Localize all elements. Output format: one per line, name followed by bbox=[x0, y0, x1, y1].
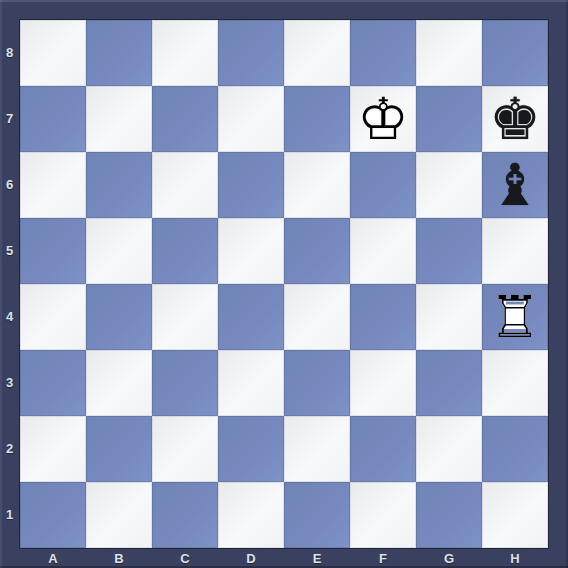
square-g7[interactable] bbox=[416, 86, 482, 152]
king-glyph: ♚ bbox=[482, 86, 548, 152]
square-b7[interactable] bbox=[86, 86, 152, 152]
square-f8[interactable] bbox=[350, 20, 416, 86]
square-g2[interactable] bbox=[416, 416, 482, 482]
square-f3[interactable] bbox=[350, 350, 416, 416]
square-c7[interactable] bbox=[152, 86, 218, 152]
square-g4[interactable] bbox=[416, 284, 482, 350]
square-d8[interactable] bbox=[218, 20, 284, 86]
square-h8[interactable] bbox=[482, 20, 548, 86]
square-h6[interactable]: ♝ bbox=[482, 152, 548, 218]
rank-label-5: 5 bbox=[0, 218, 19, 284]
square-d6[interactable] bbox=[218, 152, 284, 218]
square-e8[interactable] bbox=[284, 20, 350, 86]
file-label-h: H bbox=[482, 550, 548, 568]
rank-label-2: 2 bbox=[0, 416, 19, 482]
square-c4[interactable] bbox=[152, 284, 218, 350]
square-b1[interactable] bbox=[86, 482, 152, 548]
rank-label-8: 8 bbox=[0, 20, 19, 86]
rank-label-1: 1 bbox=[0, 482, 19, 548]
square-e2[interactable] bbox=[284, 416, 350, 482]
square-b2[interactable] bbox=[86, 416, 152, 482]
board: ♚♔♚♝♜♖ bbox=[19, 19, 549, 549]
file-label-d: D bbox=[218, 550, 284, 568]
square-b3[interactable] bbox=[86, 350, 152, 416]
square-e7[interactable] bbox=[284, 86, 350, 152]
rank-label-7: 7 bbox=[0, 86, 19, 152]
black-bishop[interactable]: ♝ bbox=[482, 152, 548, 218]
rank-label-6: 6 bbox=[0, 152, 19, 218]
square-e5[interactable] bbox=[284, 218, 350, 284]
square-c8[interactable] bbox=[152, 20, 218, 86]
square-b4[interactable] bbox=[86, 284, 152, 350]
square-a5[interactable] bbox=[20, 218, 86, 284]
square-f1[interactable] bbox=[350, 482, 416, 548]
square-g6[interactable] bbox=[416, 152, 482, 218]
square-c5[interactable] bbox=[152, 218, 218, 284]
square-b6[interactable] bbox=[86, 152, 152, 218]
white-king[interactable]: ♚♔ bbox=[350, 86, 416, 152]
square-f4[interactable] bbox=[350, 284, 416, 350]
square-e3[interactable] bbox=[284, 350, 350, 416]
file-label-e: E bbox=[284, 550, 350, 568]
file-label-b: B bbox=[86, 550, 152, 568]
square-h4[interactable]: ♜♖ bbox=[482, 284, 548, 350]
square-g5[interactable] bbox=[416, 218, 482, 284]
square-d1[interactable] bbox=[218, 482, 284, 548]
square-a1[interactable] bbox=[20, 482, 86, 548]
square-f2[interactable] bbox=[350, 416, 416, 482]
rook-glyph-outline: ♖ bbox=[482, 284, 548, 350]
square-f6[interactable] bbox=[350, 152, 416, 218]
file-label-g: G bbox=[416, 550, 482, 568]
chessboard-frame: ♚♔♚♝♜♖ 87654321 ABCDEFGH bbox=[0, 0, 568, 568]
square-a8[interactable] bbox=[20, 20, 86, 86]
square-h2[interactable] bbox=[482, 416, 548, 482]
square-h3[interactable] bbox=[482, 350, 548, 416]
square-e1[interactable] bbox=[284, 482, 350, 548]
square-h7[interactable]: ♚ bbox=[482, 86, 548, 152]
square-a2[interactable] bbox=[20, 416, 86, 482]
square-e4[interactable] bbox=[284, 284, 350, 350]
square-e6[interactable] bbox=[284, 152, 350, 218]
square-c1[interactable] bbox=[152, 482, 218, 548]
square-b8[interactable] bbox=[86, 20, 152, 86]
square-a4[interactable] bbox=[20, 284, 86, 350]
white-rook[interactable]: ♜♖ bbox=[482, 284, 548, 350]
square-a3[interactable] bbox=[20, 350, 86, 416]
black-king[interactable]: ♚ bbox=[482, 86, 548, 152]
square-d7[interactable] bbox=[218, 86, 284, 152]
bishop-glyph: ♝ bbox=[482, 152, 548, 218]
file-label-f: F bbox=[350, 550, 416, 568]
king-glyph-outline: ♔ bbox=[350, 86, 416, 152]
square-g1[interactable] bbox=[416, 482, 482, 548]
square-a7[interactable] bbox=[20, 86, 86, 152]
square-g8[interactable] bbox=[416, 20, 482, 86]
square-f7[interactable]: ♚♔ bbox=[350, 86, 416, 152]
square-c2[interactable] bbox=[152, 416, 218, 482]
rank-label-4: 4 bbox=[0, 284, 19, 350]
square-a6[interactable] bbox=[20, 152, 86, 218]
square-c6[interactable] bbox=[152, 152, 218, 218]
file-label-c: C bbox=[152, 550, 218, 568]
square-b5[interactable] bbox=[86, 218, 152, 284]
square-d5[interactable] bbox=[218, 218, 284, 284]
square-h5[interactable] bbox=[482, 218, 548, 284]
rank-label-3: 3 bbox=[0, 350, 19, 416]
square-d3[interactable] bbox=[218, 350, 284, 416]
square-c3[interactable] bbox=[152, 350, 218, 416]
square-f5[interactable] bbox=[350, 218, 416, 284]
square-g3[interactable] bbox=[416, 350, 482, 416]
square-d4[interactable] bbox=[218, 284, 284, 350]
square-d2[interactable] bbox=[218, 416, 284, 482]
square-h1[interactable] bbox=[482, 482, 548, 548]
file-label-a: A bbox=[20, 550, 86, 568]
